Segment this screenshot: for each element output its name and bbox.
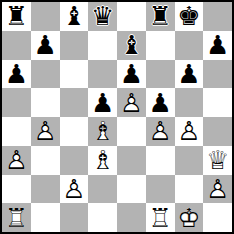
piece-outline-layer: ♙ xyxy=(31,117,60,146)
square-a5[interactable] xyxy=(2,88,31,117)
piece-fill-layer: ♜ xyxy=(146,2,175,31)
white-pawn-icon: ♟♙ xyxy=(175,117,204,146)
piece-fill-layer: ♟ xyxy=(60,175,89,204)
square-a6[interactable]: ♟ xyxy=(2,60,31,89)
square-f4[interactable]: ♟♙ xyxy=(146,117,175,146)
square-c4[interactable] xyxy=(60,117,89,146)
square-g5[interactable] xyxy=(175,88,204,117)
chess-board: ♜♝♛♜♚♟♝♟♟♟♟♟♟♙♟♟♙♝♗♟♙♟♙♟♙♝♗♛♕♟♙♟♙♜♖♜♖♚♔ xyxy=(0,0,234,234)
square-g2[interactable] xyxy=(175,175,204,204)
piece-fill-layer: ♚ xyxy=(175,203,204,232)
square-c2[interactable]: ♟♙ xyxy=(60,175,89,204)
piece-fill-layer: ♟ xyxy=(2,60,31,89)
square-f7[interactable] xyxy=(146,31,175,60)
white-pawn-icon: ♟♙ xyxy=(2,146,31,175)
square-f3[interactable] xyxy=(146,146,175,175)
square-g3[interactable] xyxy=(175,146,204,175)
black-bishop-icon: ♝ xyxy=(117,31,146,60)
square-g4[interactable]: ♟♙ xyxy=(175,117,204,146)
square-a4[interactable] xyxy=(2,117,31,146)
black-rook-icon: ♜ xyxy=(2,2,31,31)
white-bishop-icon: ♝♗ xyxy=(88,146,117,175)
square-d2[interactable] xyxy=(88,175,117,204)
piece-fill-layer: ♛ xyxy=(88,2,117,31)
white-king-icon: ♚♔ xyxy=(175,203,204,232)
square-d8[interactable]: ♛ xyxy=(88,2,117,31)
square-a3[interactable]: ♟♙ xyxy=(2,146,31,175)
square-e5[interactable]: ♟♙ xyxy=(117,88,146,117)
piece-fill-layer: ♜ xyxy=(2,2,31,31)
piece-fill-layer: ♟ xyxy=(175,117,204,146)
piece-fill-layer: ♟ xyxy=(146,117,175,146)
square-f1[interactable]: ♜♖ xyxy=(146,203,175,232)
black-king-icon: ♚ xyxy=(175,2,204,31)
square-h6[interactable] xyxy=(203,60,232,89)
square-f5[interactable]: ♟ xyxy=(146,88,175,117)
square-a1[interactable]: ♜♖ xyxy=(2,203,31,232)
white-rook-icon: ♜♖ xyxy=(146,203,175,232)
square-c7[interactable] xyxy=(60,31,89,60)
piece-outline-layer: ♔ xyxy=(175,203,204,232)
chess-board-container: ♜♝♛♜♚♟♝♟♟♟♟♟♟♙♟♟♙♝♗♟♙♟♙♟♙♝♗♛♕♟♙♟♙♜♖♜♖♚♔ xyxy=(0,0,234,234)
square-e1[interactable] xyxy=(117,203,146,232)
black-pawn-icon: ♟ xyxy=(146,88,175,117)
square-b6[interactable] xyxy=(31,60,60,89)
square-f6[interactable] xyxy=(146,60,175,89)
square-e4[interactable] xyxy=(117,117,146,146)
square-e6[interactable]: ♟ xyxy=(117,60,146,89)
white-pawn-icon: ♟♙ xyxy=(60,175,89,204)
piece-fill-layer: ♝ xyxy=(88,117,117,146)
square-h1[interactable] xyxy=(203,203,232,232)
square-d5[interactable]: ♟ xyxy=(88,88,117,117)
black-pawn-icon: ♟ xyxy=(203,31,232,60)
black-rook-icon: ♜ xyxy=(146,2,175,31)
square-h7[interactable]: ♟ xyxy=(203,31,232,60)
square-h3[interactable]: ♛♕ xyxy=(203,146,232,175)
square-b5[interactable] xyxy=(31,88,60,117)
square-h5[interactable] xyxy=(203,88,232,117)
black-bishop-icon: ♝ xyxy=(60,2,89,31)
piece-outline-layer: ♙ xyxy=(2,146,31,175)
black-pawn-icon: ♟ xyxy=(2,60,31,89)
piece-fill-layer: ♟ xyxy=(31,31,60,60)
square-a7[interactable] xyxy=(2,31,31,60)
piece-fill-layer: ♟ xyxy=(117,60,146,89)
square-b2[interactable] xyxy=(31,175,60,204)
piece-fill-layer: ♟ xyxy=(203,31,232,60)
square-h2[interactable]: ♟♙ xyxy=(203,175,232,204)
piece-fill-layer: ♛ xyxy=(203,146,232,175)
square-d3[interactable]: ♝♗ xyxy=(88,146,117,175)
square-d7[interactable] xyxy=(88,31,117,60)
piece-fill-layer: ♟ xyxy=(146,88,175,117)
square-b1[interactable] xyxy=(31,203,60,232)
piece-fill-layer: ♝ xyxy=(88,146,117,175)
square-h4[interactable] xyxy=(203,117,232,146)
white-pawn-icon: ♟♙ xyxy=(203,175,232,204)
square-b4[interactable]: ♟♙ xyxy=(31,117,60,146)
piece-outline-layer: ♕ xyxy=(203,146,232,175)
black-pawn-icon: ♟ xyxy=(31,31,60,60)
square-c1[interactable] xyxy=(60,203,89,232)
piece-fill-layer: ♚ xyxy=(175,2,204,31)
square-e8[interactable] xyxy=(117,2,146,31)
square-d6[interactable] xyxy=(88,60,117,89)
piece-fill-layer: ♜ xyxy=(146,203,175,232)
black-queen-icon: ♛ xyxy=(88,2,117,31)
black-pawn-icon: ♟ xyxy=(117,60,146,89)
piece-fill-layer: ♜ xyxy=(2,203,31,232)
white-bishop-icon: ♝♗ xyxy=(88,117,117,146)
white-queen-icon: ♛♕ xyxy=(203,146,232,175)
square-e3[interactable] xyxy=(117,146,146,175)
piece-fill-layer: ♟ xyxy=(175,60,204,89)
white-pawn-icon: ♟♙ xyxy=(117,88,146,117)
square-d1[interactable] xyxy=(88,203,117,232)
piece-outline-layer: ♖ xyxy=(2,203,31,232)
white-pawn-icon: ♟♙ xyxy=(146,117,175,146)
piece-fill-layer: ♟ xyxy=(117,88,146,117)
white-pawn-icon: ♟♙ xyxy=(31,117,60,146)
square-a2[interactable] xyxy=(2,175,31,204)
square-e7[interactable]: ♝ xyxy=(117,31,146,60)
black-pawn-icon: ♟ xyxy=(88,88,117,117)
piece-outline-layer: ♙ xyxy=(175,117,204,146)
square-f8[interactable]: ♜ xyxy=(146,2,175,31)
piece-outline-layer: ♗ xyxy=(88,117,117,146)
black-pawn-icon: ♟ xyxy=(175,60,204,89)
square-g1[interactable]: ♚♔ xyxy=(175,203,204,232)
piece-outline-layer: ♖ xyxy=(146,203,175,232)
piece-outline-layer: ♙ xyxy=(146,117,175,146)
square-c5[interactable] xyxy=(60,88,89,117)
piece-fill-layer: ♟ xyxy=(88,88,117,117)
square-b3[interactable] xyxy=(31,146,60,175)
square-e2[interactable] xyxy=(117,175,146,204)
square-g6[interactable]: ♟ xyxy=(175,60,204,89)
square-c8[interactable]: ♝ xyxy=(60,2,89,31)
square-g7[interactable] xyxy=(175,31,204,60)
piece-fill-layer: ♟ xyxy=(2,146,31,175)
square-c6[interactable] xyxy=(60,60,89,89)
piece-fill-layer: ♟ xyxy=(203,175,232,204)
piece-outline-layer: ♗ xyxy=(88,146,117,175)
square-f2[interactable] xyxy=(146,175,175,204)
square-b8[interactable] xyxy=(31,2,60,31)
square-a8[interactable]: ♜ xyxy=(2,2,31,31)
square-g8[interactable]: ♚ xyxy=(175,2,204,31)
square-b7[interactable]: ♟ xyxy=(31,31,60,60)
piece-fill-layer: ♟ xyxy=(31,117,60,146)
piece-fill-layer: ♝ xyxy=(117,31,146,60)
piece-outline-layer: ♙ xyxy=(203,175,232,204)
white-rook-icon: ♜♖ xyxy=(2,203,31,232)
piece-outline-layer: ♙ xyxy=(117,88,146,117)
piece-outline-layer: ♙ xyxy=(60,175,89,204)
piece-fill-layer: ♝ xyxy=(60,2,89,31)
square-d4[interactable]: ♝♗ xyxy=(88,117,117,146)
square-h8[interactable] xyxy=(203,2,232,31)
square-c3[interactable] xyxy=(60,146,89,175)
